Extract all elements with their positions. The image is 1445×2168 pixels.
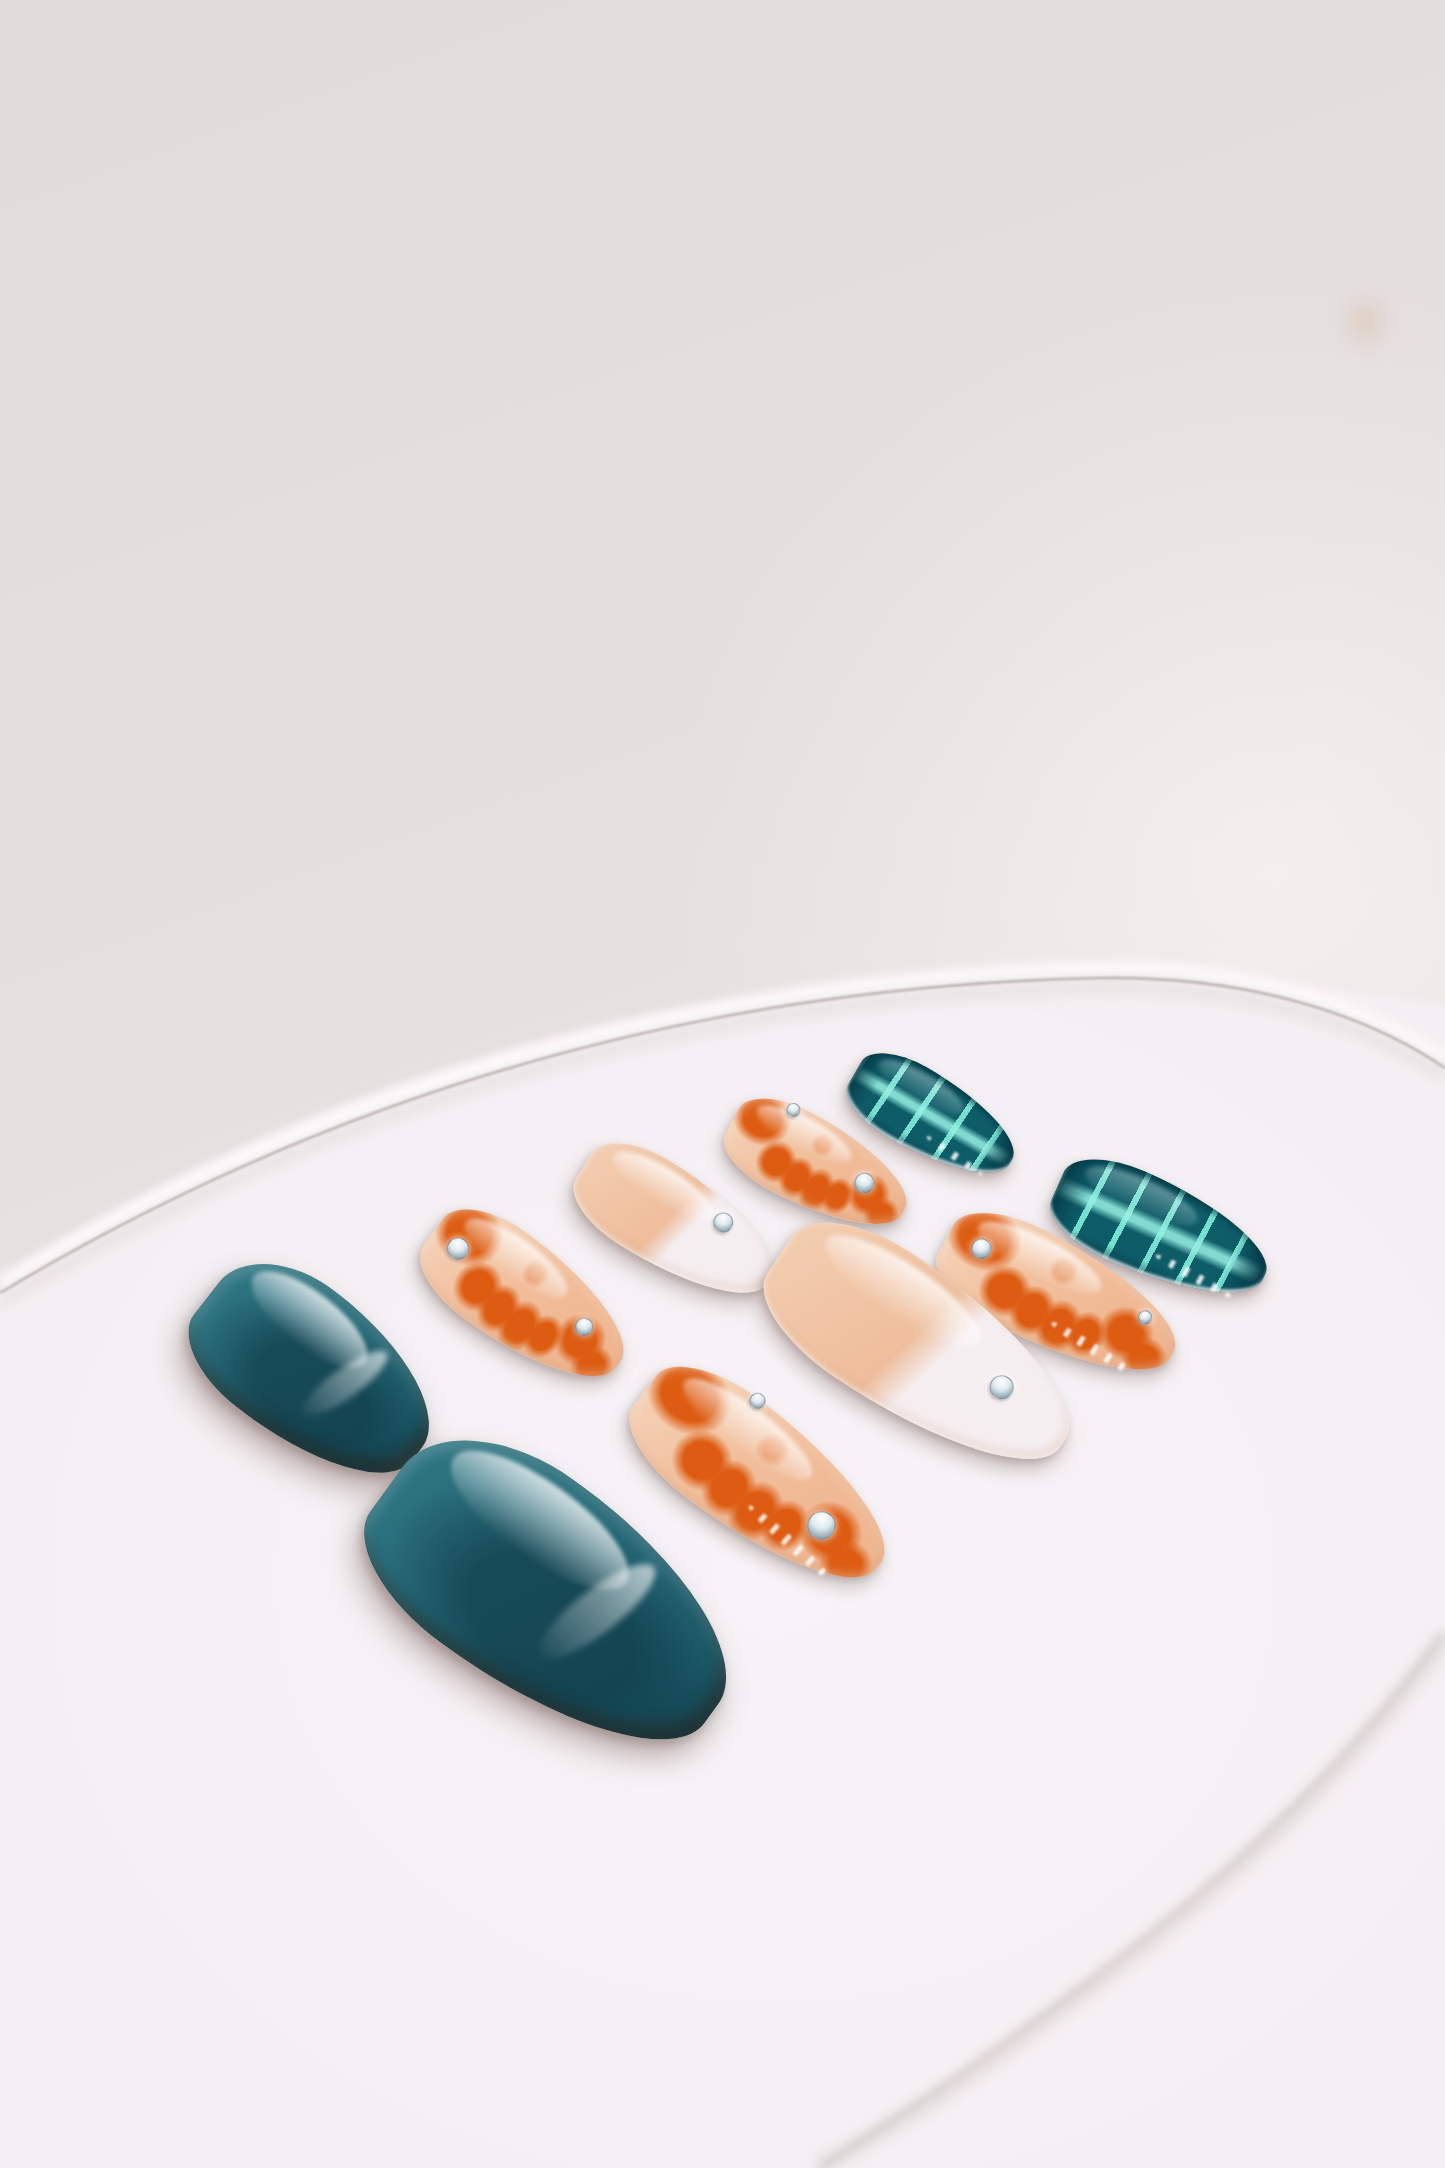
nail-layer [0,0,1445,2168]
photo-stage [0,0,1445,2168]
